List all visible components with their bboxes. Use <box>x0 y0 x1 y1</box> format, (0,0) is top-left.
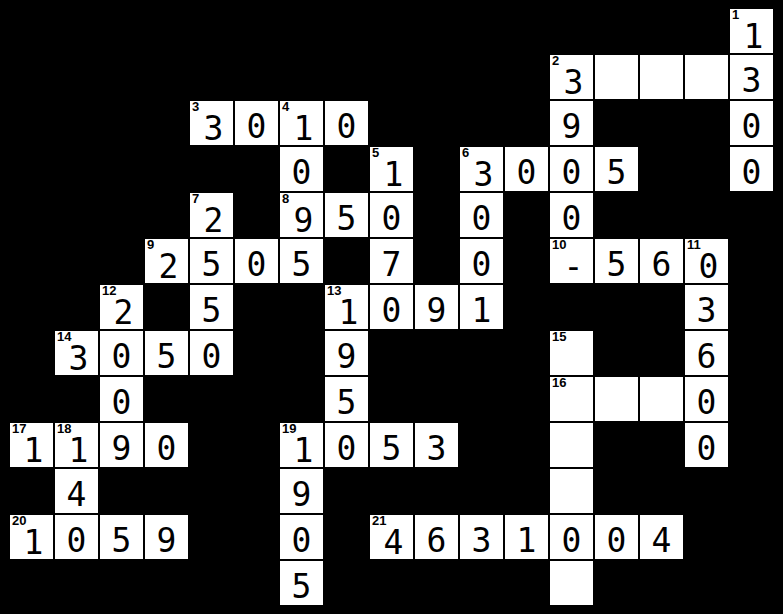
cell-value: 1 <box>294 112 314 145</box>
cell-r4-c12[interactable]: 0 <box>550 193 593 237</box>
cell-value: 2 <box>204 204 224 237</box>
clue-number: 9 <box>147 237 154 252</box>
cell-r9-c6[interactable]: 191 <box>280 423 323 467</box>
cell-r3-c6[interactable]: 0 <box>280 147 323 191</box>
cell-r9-c1[interactable]: 181 <box>55 423 98 467</box>
cell-r11-c6[interactable]: 0 <box>280 515 323 559</box>
cell-value: 3 <box>69 342 89 375</box>
cell-r9-c15[interactable]: 0 <box>685 423 728 467</box>
clue-number: 1 <box>732 7 739 22</box>
cell-r3-c8[interactable]: 51 <box>370 147 413 191</box>
cell-value: 9 <box>337 340 357 373</box>
cell-value: 5 <box>292 570 312 603</box>
clue-number: 5 <box>372 145 379 160</box>
cell-r7-c4[interactable]: 0 <box>190 331 233 375</box>
cell-value: 9 <box>292 478 312 511</box>
cell-r11-c0[interactable]: 201 <box>10 515 53 559</box>
cell-r2-c16[interactable]: 0 <box>730 101 773 145</box>
cell-value: 3 <box>427 432 447 465</box>
cell-r1-c15[interactable] <box>685 55 728 99</box>
cell-r5-c6[interactable]: 5 <box>280 239 323 283</box>
cell-value: 0 <box>157 432 177 465</box>
cell-value: 5 <box>292 248 312 281</box>
cell-r12-c6[interactable]: 5 <box>280 561 323 605</box>
cell-value: - <box>564 250 584 283</box>
cell-r4-c8[interactable]: 0 <box>370 193 413 237</box>
cell-r11-c3[interactable]: 9 <box>145 515 188 559</box>
cell-r6-c4[interactable]: 5 <box>190 285 233 329</box>
cell-r6-c15[interactable]: 3 <box>685 285 728 329</box>
cell-value: 9 <box>294 204 314 237</box>
cell-r5-c10[interactable]: 0 <box>460 239 503 283</box>
cell-value: 0 <box>562 524 582 557</box>
cell-r10-c6[interactable]: 9 <box>280 469 323 513</box>
cell-r5-c5[interactable]: 0 <box>235 239 278 283</box>
cell-value: 0 <box>247 248 267 281</box>
cell-value: 0 <box>292 524 312 557</box>
cell-value: 4 <box>67 478 87 511</box>
cell-r10-c12[interactable] <box>550 469 593 513</box>
cell-r12-c12[interactable] <box>550 561 593 605</box>
cell-value: 6 <box>697 340 717 373</box>
cell-value: 1 <box>69 434 89 467</box>
cell-value: 1 <box>24 434 44 467</box>
cell-value: 5 <box>202 248 222 281</box>
cell-r3-c16[interactable]: 0 <box>730 147 773 191</box>
cell-r4-c7[interactable]: 5 <box>325 193 368 237</box>
cell-r9-c8[interactable]: 5 <box>370 423 413 467</box>
cell-r8-c15[interactable]: 0 <box>685 377 728 421</box>
cell-r11-c13[interactable]: 0 <box>595 515 638 559</box>
clue-number: 3 <box>192 99 199 114</box>
cell-value: 0 <box>517 156 537 189</box>
cell-r11-c1[interactable]: 0 <box>55 515 98 559</box>
clue-number: 15 <box>552 329 566 344</box>
cell-value: 0 <box>562 202 582 235</box>
cell-value: 6 <box>652 248 672 281</box>
cell-value: 3 <box>472 524 492 557</box>
cell-value: 1 <box>24 526 44 559</box>
cell-value: 0 <box>562 156 582 189</box>
cell-value: 0 <box>112 340 132 373</box>
cell-value: 1 <box>384 158 404 191</box>
cell-r7-c7[interactable]: 9 <box>325 331 368 375</box>
cell-value: 0 <box>202 340 222 373</box>
cell-value: 0 <box>742 156 762 189</box>
cell-r9-c0[interactable]: 171 <box>10 423 53 467</box>
cell-r8-c14[interactable] <box>640 377 683 421</box>
cell-r5-c15[interactable]: 110 <box>685 239 728 283</box>
cell-r11-c10[interactable]: 3 <box>460 515 503 559</box>
cell-r4-c10[interactable]: 0 <box>460 193 503 237</box>
cell-r8-c13[interactable] <box>595 377 638 421</box>
cell-r7-c12[interactable]: 15 <box>550 331 593 375</box>
cell-r9-c9[interactable]: 3 <box>415 423 458 467</box>
cell-r3-c10[interactable]: 63 <box>460 147 503 191</box>
cell-r6-c7[interactable]: 131 <box>325 285 368 329</box>
cell-r7-c2[interactable]: 0 <box>100 331 143 375</box>
cell-value: 5 <box>337 202 357 235</box>
cell-r5-c3[interactable]: 92 <box>145 239 188 283</box>
cell-r7-c1[interactable]: 143 <box>55 331 98 375</box>
cell-value: 0 <box>697 432 717 465</box>
clue-number: 2 <box>552 53 559 68</box>
clue-number: 7 <box>192 191 199 206</box>
cell-value: 5 <box>607 156 627 189</box>
cell-value: 9 <box>427 294 447 327</box>
cell-value: 4 <box>384 526 404 559</box>
clue-number: 16 <box>552 375 566 390</box>
cell-r9-c3[interactable]: 0 <box>145 423 188 467</box>
cell-r10-c1[interactable]: 4 <box>55 469 98 513</box>
cell-value: 0 <box>292 156 312 189</box>
cell-value: 0 <box>697 386 717 419</box>
cell-r9-c12[interactable] <box>550 423 593 467</box>
cell-value: 3 <box>697 294 717 327</box>
cell-value: 5 <box>112 524 132 557</box>
cell-r4-c6[interactable]: 89 <box>280 193 323 237</box>
cell-value: 5 <box>382 432 402 465</box>
cell-r11-c2[interactable]: 5 <box>100 515 143 559</box>
cell-value: 0 <box>337 110 357 143</box>
cell-r8-c7[interactable]: 5 <box>325 377 368 421</box>
cell-value: 6 <box>427 524 447 557</box>
cell-value: 3 <box>474 158 494 191</box>
cell-value: 0 <box>472 248 492 281</box>
cell-value: 5 <box>157 340 177 373</box>
cell-value: 9 <box>112 432 132 465</box>
clue-number: 4 <box>282 99 289 114</box>
cell-r3-c11[interactable]: 0 <box>505 147 548 191</box>
cell-value: 0 <box>472 202 492 235</box>
cell-r3-c12[interactable]: 0 <box>550 147 593 191</box>
cell-value: 0 <box>112 386 132 419</box>
cell-value: 2 <box>159 250 179 283</box>
cell-value: 1 <box>744 20 764 53</box>
cell-r4-c4[interactable]: 72 <box>190 193 233 237</box>
cell-value: 1 <box>472 294 492 327</box>
cell-r1-c12[interactable]: 23 <box>550 55 593 99</box>
cell-r9-c7[interactable]: 0 <box>325 423 368 467</box>
cell-r1-c13[interactable] <box>595 55 638 99</box>
crossnumber-board: 112333304109005163005072895000925057010-… <box>10 9 773 605</box>
cell-r9-c2[interactable]: 9 <box>100 423 143 467</box>
cell-r11-c8[interactable]: 214 <box>370 515 413 559</box>
cell-value: 3 <box>564 66 584 99</box>
cell-value: 0 <box>742 110 762 143</box>
cell-r6-c2[interactable]: 122 <box>100 285 143 329</box>
cell-r11-c12[interactable]: 0 <box>550 515 593 559</box>
cell-r0-c16[interactable]: 11 <box>730 9 773 53</box>
cell-r11-c14[interactable]: 4 <box>640 515 683 559</box>
cell-r1-c16[interactable]: 3 <box>730 55 773 99</box>
puzzle-screen: 112333304109005163005072895000925057010-… <box>0 0 783 614</box>
cell-value: 0 <box>382 202 402 235</box>
cell-value: 4 <box>652 524 672 557</box>
cell-r7-c15[interactable]: 6 <box>685 331 728 375</box>
cell-value: 3 <box>742 64 762 97</box>
cell-r8-c12[interactable]: 16 <box>550 377 593 421</box>
cell-value: 0 <box>67 524 87 557</box>
cell-value: 0 <box>337 432 357 465</box>
cell-value: 0 <box>382 294 402 327</box>
cell-r2-c7[interactable]: 0 <box>325 101 368 145</box>
cell-r6-c8[interactable]: 0 <box>370 285 413 329</box>
cell-value: 2 <box>114 296 134 329</box>
cell-r7-c3[interactable]: 5 <box>145 331 188 375</box>
cell-value: 9 <box>157 524 177 557</box>
cell-value: 0 <box>247 110 267 143</box>
cell-r11-c11[interactable]: 1 <box>505 515 548 559</box>
cell-r8-c2[interactable]: 0 <box>100 377 143 421</box>
cell-value: 0 <box>699 250 719 283</box>
cell-r1-c14[interactable] <box>640 55 683 99</box>
cell-r11-c9[interactable]: 6 <box>415 515 458 559</box>
cell-r6-c9[interactable]: 9 <box>415 285 458 329</box>
clue-number: 6 <box>462 145 469 160</box>
cell-value: 0 <box>607 524 627 557</box>
cell-value: 1 <box>294 434 314 467</box>
cell-value: 7 <box>382 248 402 281</box>
cell-value: 9 <box>562 110 582 143</box>
cell-value: 3 <box>204 112 224 145</box>
cell-value: 5 <box>337 386 357 419</box>
cell-r6-c10[interactable]: 1 <box>460 285 503 329</box>
clue-number: 8 <box>282 191 289 206</box>
cell-value: 1 <box>517 524 537 557</box>
cell-r3-c13[interactable]: 5 <box>595 147 638 191</box>
cell-r5-c4[interactable]: 5 <box>190 239 233 283</box>
cell-value: 5 <box>607 248 627 281</box>
cell-r5-c14[interactable]: 6 <box>640 239 683 283</box>
cell-r2-c12[interactable]: 9 <box>550 101 593 145</box>
cell-r5-c8[interactable]: 7 <box>370 239 413 283</box>
cell-value: 5 <box>202 294 222 327</box>
cell-r5-c13[interactable]: 5 <box>595 239 638 283</box>
cell-value: 1 <box>339 296 359 329</box>
cell-r2-c5[interactable]: 0 <box>235 101 278 145</box>
cell-r5-c12[interactable]: 10- <box>550 239 593 283</box>
cell-r2-c6[interactable]: 41 <box>280 101 323 145</box>
cell-r2-c4[interactable]: 33 <box>190 101 233 145</box>
